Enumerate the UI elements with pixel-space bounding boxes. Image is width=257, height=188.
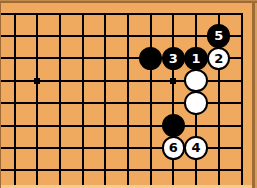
stone-P17 [139,47,163,71]
star-point-Q16 [170,78,176,84]
stone-R17-move-1: 1 [184,47,208,71]
stone-R13-move-4: 4 [184,136,208,160]
stone-Q13-move-6: 6 [162,136,186,160]
stone-Q14 [162,114,186,138]
stone-S18-move-5: 5 [207,24,231,48]
go-board-diagram: 312564 [0,0,257,188]
board-intersections-grid: 312564 [3,2,253,181]
star-point-K16 [34,78,40,84]
stone-S17-move-2: 2 [207,47,231,71]
stone-R15 [184,91,208,115]
stone-Q17-move-3: 3 [162,47,186,71]
stone-R16 [184,69,208,93]
